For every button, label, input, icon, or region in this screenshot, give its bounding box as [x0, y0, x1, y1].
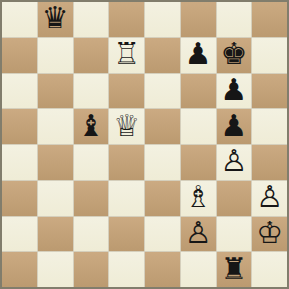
square-d6[interactable] — [109, 74, 144, 109]
square-c3[interactable] — [74, 181, 109, 216]
square-b2[interactable] — [38, 217, 73, 252]
square-a2[interactable] — [2, 217, 37, 252]
black-pawn[interactable]: ♟ — [220, 111, 247, 141]
white-pawn[interactable]: ♙ — [185, 218, 212, 248]
white-rook[interactable]: ♖ — [113, 39, 140, 69]
square-h7[interactable] — [252, 38, 287, 73]
square-a1[interactable] — [2, 252, 37, 287]
square-a8[interactable] — [2, 2, 37, 37]
square-g5[interactable]: ♟ — [217, 109, 252, 144]
square-c5[interactable]: ♝ — [74, 109, 109, 144]
square-d4[interactable] — [109, 145, 144, 180]
white-queen[interactable]: ♕ — [113, 111, 140, 141]
square-g6[interactable]: ♟ — [217, 74, 252, 109]
white-pawn[interactable]: ♙ — [256, 182, 283, 212]
white-pawn[interactable]: ♙ — [220, 146, 247, 176]
square-d2[interactable] — [109, 217, 144, 252]
square-a5[interactable] — [2, 109, 37, 144]
square-e2[interactable] — [145, 217, 180, 252]
square-f6[interactable] — [181, 74, 216, 109]
square-b1[interactable] — [38, 252, 73, 287]
black-queen[interactable]: ♛ — [42, 3, 69, 33]
black-pawn[interactable]: ♟ — [185, 39, 212, 69]
square-c1[interactable] — [74, 252, 109, 287]
square-d5[interactable]: ♕ — [109, 109, 144, 144]
square-a3[interactable] — [2, 181, 37, 216]
square-b5[interactable] — [38, 109, 73, 144]
square-d8[interactable] — [109, 2, 144, 37]
square-g2[interactable] — [217, 217, 252, 252]
square-d1[interactable] — [109, 252, 144, 287]
square-c8[interactable] — [74, 2, 109, 37]
square-f3[interactable]: ♗ — [181, 181, 216, 216]
square-h3[interactable]: ♙ — [252, 181, 287, 216]
square-e1[interactable] — [145, 252, 180, 287]
square-f7[interactable]: ♟ — [181, 38, 216, 73]
square-c2[interactable] — [74, 217, 109, 252]
square-e4[interactable] — [145, 145, 180, 180]
square-f2[interactable]: ♙ — [181, 217, 216, 252]
square-c6[interactable] — [74, 74, 109, 109]
black-pawn[interactable]: ♟ — [220, 75, 247, 105]
black-bishop[interactable]: ♝ — [77, 111, 104, 141]
square-f1[interactable] — [181, 252, 216, 287]
black-king[interactable]: ♚ — [220, 39, 247, 69]
square-g1[interactable]: ♜ — [217, 252, 252, 287]
square-e7[interactable] — [145, 38, 180, 73]
square-b7[interactable] — [38, 38, 73, 73]
square-e3[interactable] — [145, 181, 180, 216]
square-b3[interactable] — [38, 181, 73, 216]
square-g4[interactable]: ♙ — [217, 145, 252, 180]
chessboard-stage: ♛♖♟♚♟♝♕♟♙♗♙♙♔♜ — [0, 0, 289, 289]
white-king[interactable]: ♔ — [256, 218, 283, 248]
white-bishop[interactable]: ♗ — [185, 182, 212, 212]
square-g8[interactable] — [217, 2, 252, 37]
square-d3[interactable] — [109, 181, 144, 216]
square-h1[interactable] — [252, 252, 287, 287]
square-c4[interactable] — [74, 145, 109, 180]
chess-board: ♛♖♟♚♟♝♕♟♙♗♙♙♔♜ — [0, 0, 289, 289]
black-rook[interactable]: ♜ — [220, 254, 247, 284]
square-c7[interactable] — [74, 38, 109, 73]
square-g7[interactable]: ♚ — [217, 38, 252, 73]
square-a6[interactable] — [2, 74, 37, 109]
square-h2[interactable]: ♔ — [252, 217, 287, 252]
square-b6[interactable] — [38, 74, 73, 109]
square-d7[interactable]: ♖ — [109, 38, 144, 73]
square-b4[interactable] — [38, 145, 73, 180]
square-e8[interactable] — [145, 2, 180, 37]
square-g3[interactable] — [217, 181, 252, 216]
square-e5[interactable] — [145, 109, 180, 144]
square-h4[interactable] — [252, 145, 287, 180]
square-f5[interactable] — [181, 109, 216, 144]
square-h8[interactable] — [252, 2, 287, 37]
square-h6[interactable] — [252, 74, 287, 109]
square-a7[interactable] — [2, 38, 37, 73]
square-f4[interactable] — [181, 145, 216, 180]
square-f8[interactable] — [181, 2, 216, 37]
square-a4[interactable] — [2, 145, 37, 180]
square-b8[interactable]: ♛ — [38, 2, 73, 37]
square-h5[interactable] — [252, 109, 287, 144]
square-e6[interactable] — [145, 74, 180, 109]
